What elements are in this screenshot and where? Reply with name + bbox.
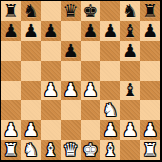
white-pawn-icon: ♟ [62, 81, 78, 101]
square-e7[interactable]: ♟ [81, 21, 101, 41]
square-g4[interactable]: ♝ [120, 81, 140, 101]
square-h6[interactable] [140, 41, 160, 61]
square-d5[interactable] [61, 61, 81, 81]
white-rook-icon: ♜ [3, 140, 19, 160]
square-e1[interactable]: ♚ [81, 140, 101, 160]
square-f4[interactable] [100, 81, 120, 101]
square-d7[interactable] [61, 21, 81, 41]
black-bishop-icon: ♝ [122, 81, 138, 101]
square-c3[interactable] [41, 100, 61, 120]
chess-board: ♜♞♛♚♞♜♟♟♟♟♟♝♟♟♟♟♟♟♝♞♟♟♟♟♟♜♞♝♛♚♝♜ [1, 1, 160, 160]
chess-board-frame: ♜♞♛♚♞♜♟♟♟♟♟♝♟♟♟♟♟♟♝♞♟♟♟♟♟♜♞♝♛♚♝♜ [0, 0, 162, 162]
black-pawn-icon: ♟ [62, 41, 78, 61]
white-king-icon: ♚ [82, 140, 98, 160]
square-e5[interactable] [81, 61, 101, 81]
square-h7[interactable]: ♟ [140, 21, 160, 41]
white-pawn-icon: ♟ [3, 120, 19, 140]
square-h3[interactable] [140, 100, 160, 120]
square-b5[interactable] [21, 61, 41, 81]
square-e4[interactable]: ♟ [81, 81, 101, 101]
white-bishop-icon: ♝ [102, 140, 118, 160]
black-knight-icon: ♞ [23, 1, 39, 21]
square-f1[interactable]: ♝ [100, 140, 120, 160]
square-h5[interactable] [140, 61, 160, 81]
black-pawn-icon: ♟ [23, 21, 39, 41]
white-pawn-icon: ♟ [82, 81, 98, 101]
square-b4[interactable] [21, 81, 41, 101]
white-knight-icon: ♞ [23, 140, 39, 160]
white-pawn-icon: ♟ [43, 81, 59, 101]
square-f6[interactable] [100, 41, 120, 61]
black-rook-icon: ♜ [3, 1, 19, 21]
white-pawn-icon: ♟ [122, 120, 138, 140]
square-b1[interactable]: ♞ [21, 140, 41, 160]
white-pawn-icon: ♟ [23, 120, 39, 140]
square-e8[interactable]: ♚ [81, 1, 101, 21]
square-h1[interactable]: ♜ [140, 140, 160, 160]
square-g8[interactable]: ♞ [120, 1, 140, 21]
square-a7[interactable]: ♟ [1, 21, 21, 41]
square-h2[interactable]: ♟ [140, 120, 160, 140]
black-pawn-icon: ♟ [122, 41, 138, 61]
black-king-icon: ♚ [82, 1, 98, 21]
square-a8[interactable]: ♜ [1, 1, 21, 21]
square-d4[interactable]: ♟ [61, 81, 81, 101]
square-d3[interactable] [61, 100, 81, 120]
black-pawn-icon: ♟ [3, 21, 19, 41]
white-queen-icon: ♛ [62, 140, 78, 160]
black-bishop-icon: ♝ [122, 21, 138, 41]
square-h8[interactable]: ♜ [140, 1, 160, 21]
square-b3[interactable] [21, 100, 41, 120]
square-a4[interactable] [1, 81, 21, 101]
black-pawn-icon: ♟ [142, 21, 158, 41]
square-c1[interactable]: ♝ [41, 140, 61, 160]
square-g2[interactable]: ♟ [120, 120, 140, 140]
square-g1[interactable] [120, 140, 140, 160]
white-bishop-icon: ♝ [43, 140, 59, 160]
square-e3[interactable] [81, 100, 101, 120]
white-pawn-icon: ♟ [102, 120, 118, 140]
square-c7[interactable]: ♟ [41, 21, 61, 41]
square-f8[interactable] [100, 1, 120, 21]
square-g3[interactable] [120, 100, 140, 120]
square-b6[interactable] [21, 41, 41, 61]
square-c6[interactable] [41, 41, 61, 61]
square-a2[interactable]: ♟ [1, 120, 21, 140]
square-f2[interactable]: ♟ [100, 120, 120, 140]
square-d2[interactable] [61, 120, 81, 140]
square-b7[interactable]: ♟ [21, 21, 41, 41]
square-h4[interactable] [140, 81, 160, 101]
square-f5[interactable] [100, 61, 120, 81]
square-c4[interactable]: ♟ [41, 81, 61, 101]
white-pawn-icon: ♟ [142, 120, 158, 140]
square-a3[interactable] [1, 100, 21, 120]
black-queen-icon: ♛ [62, 1, 78, 21]
square-a5[interactable] [1, 61, 21, 81]
white-knight-icon: ♞ [102, 100, 118, 120]
square-g6[interactable]: ♟ [120, 41, 140, 61]
square-g5[interactable] [120, 61, 140, 81]
square-a6[interactable] [1, 41, 21, 61]
square-e2[interactable] [81, 120, 101, 140]
square-c2[interactable] [41, 120, 61, 140]
square-g7[interactable]: ♝ [120, 21, 140, 41]
square-b2[interactable]: ♟ [21, 120, 41, 140]
white-rook-icon: ♜ [142, 140, 158, 160]
square-c5[interactable] [41, 61, 61, 81]
black-pawn-icon: ♟ [82, 21, 98, 41]
square-d1[interactable]: ♛ [61, 140, 81, 160]
black-pawn-icon: ♟ [43, 21, 59, 41]
black-rook-icon: ♜ [142, 1, 158, 21]
black-pawn-icon: ♟ [102, 21, 118, 41]
square-b8[interactable]: ♞ [21, 1, 41, 21]
square-c8[interactable] [41, 1, 61, 21]
black-knight-icon: ♞ [122, 1, 138, 21]
square-f7[interactable]: ♟ [100, 21, 120, 41]
square-a1[interactable]: ♜ [1, 140, 21, 160]
square-d6[interactable]: ♟ [61, 41, 81, 61]
square-f3[interactable]: ♞ [100, 100, 120, 120]
square-e6[interactable] [81, 41, 101, 61]
square-d8[interactable]: ♛ [61, 1, 81, 21]
